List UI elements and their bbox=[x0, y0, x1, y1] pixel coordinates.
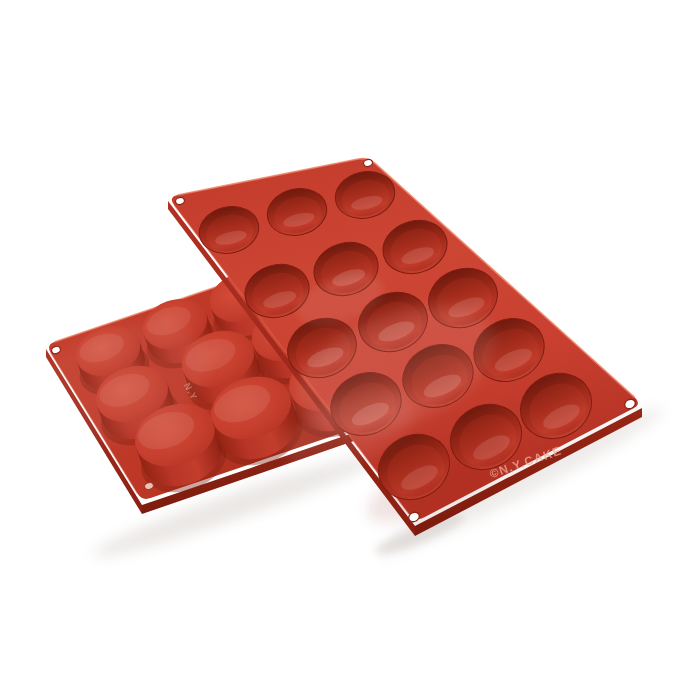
molds-illustration: Two terracotta-red silicone round-cavity… bbox=[0, 0, 700, 700]
product-photo: Two terracotta-red silicone round-cavity… bbox=[0, 0, 700, 700]
